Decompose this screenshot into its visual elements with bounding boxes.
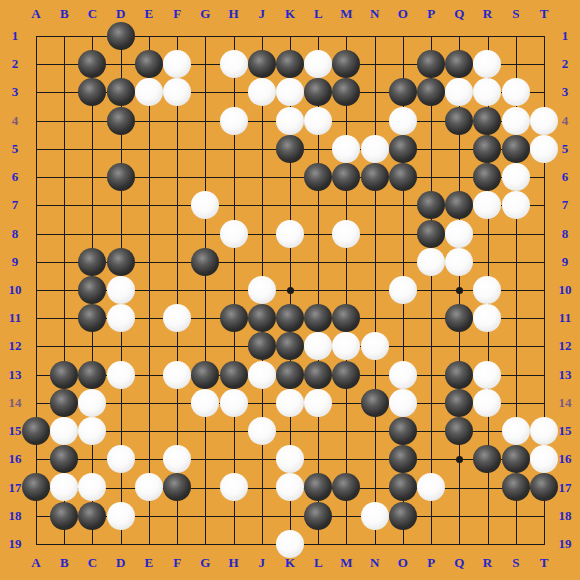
intersection-D7[interactable]	[107, 191, 135, 219]
intersection-P4[interactable]	[417, 107, 445, 135]
intersection-B19[interactable]	[50, 530, 78, 558]
intersection-F10[interactable]	[163, 276, 191, 304]
intersection-L15[interactable]	[304, 417, 332, 445]
intersection-D14[interactable]	[107, 389, 135, 417]
intersection-C4[interactable]	[78, 107, 106, 135]
black-stone-S16[interactable]	[502, 445, 530, 473]
intersection-R13[interactable]	[473, 361, 501, 389]
intersection-C10[interactable]	[78, 276, 106, 304]
black-stone-D4[interactable]	[107, 107, 135, 135]
intersection-L7[interactable]	[304, 191, 332, 219]
intersection-J4[interactable]	[248, 107, 276, 135]
intersection-K4[interactable]	[276, 107, 304, 135]
black-stone-B14[interactable]	[50, 389, 78, 417]
intersection-J2[interactable]	[248, 50, 276, 78]
intersection-K16[interactable]	[276, 445, 304, 473]
white-stone-R3[interactable]	[473, 78, 501, 106]
intersection-G18[interactable]	[191, 502, 219, 530]
white-stone-R13[interactable]	[473, 361, 501, 389]
black-stone-Q4[interactable]	[445, 107, 473, 135]
intersection-B3[interactable]	[50, 78, 78, 106]
intersection-Q18[interactable]	[445, 502, 473, 530]
intersection-Q17[interactable]	[445, 473, 473, 501]
intersection-O5[interactable]	[389, 135, 417, 163]
intersection-D9[interactable]	[107, 248, 135, 276]
intersection-G14[interactable]	[191, 389, 219, 417]
intersection-H4[interactable]	[219, 107, 247, 135]
intersection-M2[interactable]	[332, 50, 360, 78]
intersection-Q4[interactable]	[445, 107, 473, 135]
white-stone-N18[interactable]	[361, 502, 389, 530]
black-stone-H11[interactable]	[220, 304, 248, 332]
intersection-L10[interactable]	[304, 276, 332, 304]
intersection-B10[interactable]	[50, 276, 78, 304]
black-stone-Q7[interactable]	[445, 191, 473, 219]
intersection-M9[interactable]	[332, 248, 360, 276]
intersection-B15[interactable]	[50, 417, 78, 445]
white-stone-K17[interactable]	[276, 473, 304, 501]
black-stone-R5[interactable]	[473, 135, 501, 163]
intersection-K5[interactable]	[276, 135, 304, 163]
intersection-D17[interactable]	[107, 473, 135, 501]
intersection-J5[interactable]	[248, 135, 276, 163]
white-stone-N12[interactable]	[361, 332, 389, 360]
intersection-L1[interactable]	[304, 22, 332, 50]
black-stone-B18[interactable]	[50, 502, 78, 530]
intersection-G7[interactable]	[191, 191, 219, 219]
intersection-N14[interactable]	[361, 389, 389, 417]
white-stone-Q9[interactable]	[445, 248, 473, 276]
black-stone-C9[interactable]	[78, 248, 106, 276]
intersection-H18[interactable]	[219, 502, 247, 530]
intersection-D6[interactable]	[107, 163, 135, 191]
intersection-C13[interactable]	[78, 361, 106, 389]
black-stone-P3[interactable]	[417, 78, 445, 106]
intersection-P10[interactable]	[417, 276, 445, 304]
intersection-J17[interactable]	[248, 473, 276, 501]
intersection-S18[interactable]	[502, 502, 530, 530]
black-stone-D6[interactable]	[107, 163, 135, 191]
intersection-D10[interactable]	[107, 276, 135, 304]
intersection-J16[interactable]	[248, 445, 276, 473]
go-board[interactable]: AABBCCDDEEFFGGHHJJKKLLMMNNOOPPQQRRSSTT11…	[0, 0, 580, 580]
intersection-F15[interactable]	[163, 417, 191, 445]
white-stone-O4[interactable]	[389, 107, 417, 135]
intersection-D8[interactable]	[107, 219, 135, 247]
intersection-N13[interactable]	[361, 361, 389, 389]
intersection-J18[interactable]	[248, 502, 276, 530]
white-stone-S7[interactable]	[502, 191, 530, 219]
white-stone-B17[interactable]	[50, 473, 78, 501]
intersection-H1[interactable]	[219, 22, 247, 50]
intersection-N12[interactable]	[361, 332, 389, 360]
intersection-Q7[interactable]	[445, 191, 473, 219]
intersection-P7[interactable]	[417, 191, 445, 219]
intersection-F12[interactable]	[163, 332, 191, 360]
intersection-M4[interactable]	[332, 107, 360, 135]
black-stone-Q14[interactable]	[445, 389, 473, 417]
intersection-R14[interactable]	[473, 389, 501, 417]
intersection-H15[interactable]	[219, 417, 247, 445]
intersection-D4[interactable]	[107, 107, 135, 135]
black-stone-N14[interactable]	[361, 389, 389, 417]
intersection-O6[interactable]	[389, 163, 417, 191]
intersection-S14[interactable]	[502, 389, 530, 417]
intersection-G4[interactable]	[191, 107, 219, 135]
intersection-E15[interactable]	[135, 417, 163, 445]
intersection-L9[interactable]	[304, 248, 332, 276]
intersection-F7[interactable]	[163, 191, 191, 219]
intersection-B16[interactable]	[50, 445, 78, 473]
intersection-F3[interactable]	[163, 78, 191, 106]
black-stone-M11[interactable]	[332, 304, 360, 332]
black-stone-G9[interactable]	[191, 248, 219, 276]
intersection-Q1[interactable]	[445, 22, 473, 50]
intersection-C11[interactable]	[78, 304, 106, 332]
intersection-N5[interactable]	[361, 135, 389, 163]
intersection-G11[interactable]	[191, 304, 219, 332]
intersection-K13[interactable]	[276, 361, 304, 389]
intersection-L3[interactable]	[304, 78, 332, 106]
intersection-O4[interactable]	[389, 107, 417, 135]
intersection-F19[interactable]	[163, 530, 191, 558]
intersection-P6[interactable]	[417, 163, 445, 191]
black-stone-C2[interactable]	[78, 50, 106, 78]
black-stone-B13[interactable]	[50, 361, 78, 389]
intersection-H9[interactable]	[219, 248, 247, 276]
intersection-O13[interactable]	[389, 361, 417, 389]
intersection-H2[interactable]	[219, 50, 247, 78]
white-stone-J10[interactable]	[248, 276, 276, 304]
intersection-N4[interactable]	[361, 107, 389, 135]
black-stone-L17[interactable]	[304, 473, 332, 501]
intersection-Q8[interactable]	[445, 219, 473, 247]
intersection-H12[interactable]	[219, 332, 247, 360]
intersection-M3[interactable]	[332, 78, 360, 106]
intersection-K2[interactable]	[276, 50, 304, 78]
white-stone-R2[interactable]	[473, 50, 501, 78]
intersection-N19[interactable]	[361, 530, 389, 558]
intersection-S13[interactable]	[502, 361, 530, 389]
white-stone-J3[interactable]	[248, 78, 276, 106]
intersection-C1[interactable]	[78, 22, 106, 50]
intersection-N15[interactable]	[361, 417, 389, 445]
white-stone-R10[interactable]	[473, 276, 501, 304]
intersection-G17[interactable]	[191, 473, 219, 501]
intersection-E11[interactable]	[135, 304, 163, 332]
black-stone-D1[interactable]	[107, 22, 135, 50]
intersection-Q19[interactable]	[445, 530, 473, 558]
intersection-M11[interactable]	[332, 304, 360, 332]
intersection-Q6[interactable]	[445, 163, 473, 191]
intersection-N11[interactable]	[361, 304, 389, 332]
black-stone-S5[interactable]	[502, 135, 530, 163]
intersection-S8[interactable]	[502, 219, 530, 247]
white-stone-P9[interactable]	[417, 248, 445, 276]
intersection-N2[interactable]	[361, 50, 389, 78]
intersection-M1[interactable]	[332, 22, 360, 50]
intersection-H13[interactable]	[219, 361, 247, 389]
intersection-J9[interactable]	[248, 248, 276, 276]
black-stone-O3[interactable]	[389, 78, 417, 106]
white-stone-D10[interactable]	[107, 276, 135, 304]
black-stone-L13[interactable]	[304, 361, 332, 389]
intersection-J8[interactable]	[248, 219, 276, 247]
white-stone-E17[interactable]	[135, 473, 163, 501]
intersection-N9[interactable]	[361, 248, 389, 276]
intersection-H10[interactable]	[219, 276, 247, 304]
intersection-M15[interactable]	[332, 417, 360, 445]
intersection-L8[interactable]	[304, 219, 332, 247]
intersection-B7[interactable]	[50, 191, 78, 219]
white-stone-H17[interactable]	[220, 473, 248, 501]
black-stone-L6[interactable]	[304, 163, 332, 191]
black-stone-K13[interactable]	[276, 361, 304, 389]
intersection-B8[interactable]	[50, 219, 78, 247]
intersection-M19[interactable]	[332, 530, 360, 558]
black-stone-Q13[interactable]	[445, 361, 473, 389]
intersection-D5[interactable]	[107, 135, 135, 163]
black-stone-O18[interactable]	[389, 502, 417, 530]
intersection-C19[interactable]	[78, 530, 106, 558]
white-stone-J13[interactable]	[248, 361, 276, 389]
intersection-H14[interactable]	[219, 389, 247, 417]
white-stone-S6[interactable]	[502, 163, 530, 191]
intersection-K19[interactable]	[276, 530, 304, 558]
intersection-B13[interactable]	[50, 361, 78, 389]
intersection-B18[interactable]	[50, 502, 78, 530]
intersection-Q13[interactable]	[445, 361, 473, 389]
intersection-S6[interactable]	[502, 163, 530, 191]
stone-grid[interactable]	[22, 22, 558, 558]
intersection-F18[interactable]	[163, 502, 191, 530]
intersection-Q14[interactable]	[445, 389, 473, 417]
intersection-H19[interactable]	[219, 530, 247, 558]
intersection-M8[interactable]	[332, 219, 360, 247]
intersection-O3[interactable]	[389, 78, 417, 106]
intersection-M5[interactable]	[332, 135, 360, 163]
intersection-O15[interactable]	[389, 417, 417, 445]
intersection-Q10[interactable]	[445, 276, 473, 304]
black-stone-Q2[interactable]	[445, 50, 473, 78]
white-stone-H14[interactable]	[220, 389, 248, 417]
intersection-C6[interactable]	[78, 163, 106, 191]
intersection-O11[interactable]	[389, 304, 417, 332]
black-stone-C13[interactable]	[78, 361, 106, 389]
intersection-K11[interactable]	[276, 304, 304, 332]
intersection-O1[interactable]	[389, 22, 417, 50]
intersection-P2[interactable]	[417, 50, 445, 78]
intersection-G19[interactable]	[191, 530, 219, 558]
intersection-D11[interactable]	[107, 304, 135, 332]
intersection-C7[interactable]	[78, 191, 106, 219]
white-stone-H2[interactable]	[220, 50, 248, 78]
white-stone-S3[interactable]	[502, 78, 530, 106]
intersection-P13[interactable]	[417, 361, 445, 389]
black-stone-M17[interactable]	[332, 473, 360, 501]
intersection-C15[interactable]	[78, 417, 106, 445]
intersection-M16[interactable]	[332, 445, 360, 473]
intersection-D2[interactable]	[107, 50, 135, 78]
intersection-D12[interactable]	[107, 332, 135, 360]
intersection-C17[interactable]	[78, 473, 106, 501]
intersection-O12[interactable]	[389, 332, 417, 360]
intersection-F1[interactable]	[163, 22, 191, 50]
intersection-E7[interactable]	[135, 191, 163, 219]
intersection-S1[interactable]	[502, 22, 530, 50]
intersection-O7[interactable]	[389, 191, 417, 219]
black-stone-J12[interactable]	[248, 332, 276, 360]
white-stone-O10[interactable]	[389, 276, 417, 304]
intersection-D13[interactable]	[107, 361, 135, 389]
intersection-D3[interactable]	[107, 78, 135, 106]
white-stone-F3[interactable]	[163, 78, 191, 106]
intersection-L6[interactable]	[304, 163, 332, 191]
black-stone-P7[interactable]	[417, 191, 445, 219]
intersection-N17[interactable]	[361, 473, 389, 501]
white-stone-M12[interactable]	[332, 332, 360, 360]
intersection-G12[interactable]	[191, 332, 219, 360]
black-stone-E2[interactable]	[135, 50, 163, 78]
black-stone-J2[interactable]	[248, 50, 276, 78]
intersection-J14[interactable]	[248, 389, 276, 417]
intersection-E4[interactable]	[135, 107, 163, 135]
intersection-B1[interactable]	[50, 22, 78, 50]
white-stone-H8[interactable]	[220, 220, 248, 248]
white-stone-L12[interactable]	[304, 332, 332, 360]
intersection-C3[interactable]	[78, 78, 106, 106]
intersection-H6[interactable]	[219, 163, 247, 191]
intersection-Q15[interactable]	[445, 417, 473, 445]
black-stone-D9[interactable]	[107, 248, 135, 276]
intersection-E16[interactable]	[135, 445, 163, 473]
white-stone-L14[interactable]	[304, 389, 332, 417]
intersection-B4[interactable]	[50, 107, 78, 135]
intersection-F14[interactable]	[163, 389, 191, 417]
intersection-E19[interactable]	[135, 530, 163, 558]
intersection-H5[interactable]	[219, 135, 247, 163]
white-stone-D18[interactable]	[107, 502, 135, 530]
intersection-S17[interactable]	[502, 473, 530, 501]
intersection-K3[interactable]	[276, 78, 304, 106]
intersection-R17[interactable]	[473, 473, 501, 501]
intersection-Q11[interactable]	[445, 304, 473, 332]
intersection-J3[interactable]	[248, 78, 276, 106]
black-stone-K11[interactable]	[276, 304, 304, 332]
intersection-R15[interactable]	[473, 417, 501, 445]
black-stone-C11[interactable]	[78, 304, 106, 332]
intersection-N16[interactable]	[361, 445, 389, 473]
intersection-N7[interactable]	[361, 191, 389, 219]
intersection-Q12[interactable]	[445, 332, 473, 360]
intersection-E17[interactable]	[135, 473, 163, 501]
white-stone-K14[interactable]	[276, 389, 304, 417]
black-stone-N6[interactable]	[361, 163, 389, 191]
intersection-R16[interactable]	[473, 445, 501, 473]
black-stone-R16[interactable]	[473, 445, 501, 473]
intersection-L19[interactable]	[304, 530, 332, 558]
intersection-E1[interactable]	[135, 22, 163, 50]
black-stone-O5[interactable]	[389, 135, 417, 163]
intersection-N1[interactable]	[361, 22, 389, 50]
white-stone-E3[interactable]	[135, 78, 163, 106]
intersection-E14[interactable]	[135, 389, 163, 417]
black-stone-C3[interactable]	[78, 78, 106, 106]
intersection-J19[interactable]	[248, 530, 276, 558]
intersection-N6[interactable]	[361, 163, 389, 191]
white-stone-O14[interactable]	[389, 389, 417, 417]
white-stone-J15[interactable]	[248, 417, 276, 445]
intersection-R4[interactable]	[473, 107, 501, 135]
intersection-F5[interactable]	[163, 135, 191, 163]
intersection-J7[interactable]	[248, 191, 276, 219]
intersection-S16[interactable]	[502, 445, 530, 473]
intersection-Q16[interactable]	[445, 445, 473, 473]
white-stone-N5[interactable]	[361, 135, 389, 163]
intersection-K9[interactable]	[276, 248, 304, 276]
intersection-C9[interactable]	[78, 248, 106, 276]
intersection-K14[interactable]	[276, 389, 304, 417]
black-stone-Q15[interactable]	[445, 417, 473, 445]
black-stone-O15[interactable]	[389, 417, 417, 445]
intersection-G1[interactable]	[191, 22, 219, 50]
intersection-F2[interactable]	[163, 50, 191, 78]
intersection-E10[interactable]	[135, 276, 163, 304]
white-stone-K19[interactable]	[276, 530, 304, 558]
black-stone-K12[interactable]	[276, 332, 304, 360]
intersection-L11[interactable]	[304, 304, 332, 332]
intersection-E6[interactable]	[135, 163, 163, 191]
intersection-N8[interactable]	[361, 219, 389, 247]
intersection-S7[interactable]	[502, 191, 530, 219]
intersection-S10[interactable]	[502, 276, 530, 304]
intersection-C8[interactable]	[78, 219, 106, 247]
intersection-R18[interactable]	[473, 502, 501, 530]
intersection-F8[interactable]	[163, 219, 191, 247]
intersection-O9[interactable]	[389, 248, 417, 276]
white-stone-K3[interactable]	[276, 78, 304, 106]
intersection-H17[interactable]	[219, 473, 247, 501]
black-stone-R4[interactable]	[473, 107, 501, 135]
intersection-B14[interactable]	[50, 389, 78, 417]
white-stone-F2[interactable]	[163, 50, 191, 78]
intersection-S9[interactable]	[502, 248, 530, 276]
black-stone-O16[interactable]	[389, 445, 417, 473]
intersection-B6[interactable]	[50, 163, 78, 191]
intersection-L14[interactable]	[304, 389, 332, 417]
white-stone-C14[interactable]	[78, 389, 106, 417]
white-stone-D11[interactable]	[107, 304, 135, 332]
intersection-N10[interactable]	[361, 276, 389, 304]
intersection-R9[interactable]	[473, 248, 501, 276]
intersection-E18[interactable]	[135, 502, 163, 530]
white-stone-H4[interactable]	[220, 107, 248, 135]
intersection-L13[interactable]	[304, 361, 332, 389]
intersection-L18[interactable]	[304, 502, 332, 530]
intersection-P19[interactable]	[417, 530, 445, 558]
white-stone-C17[interactable]	[78, 473, 106, 501]
intersection-G5[interactable]	[191, 135, 219, 163]
white-stone-Q3[interactable]	[445, 78, 473, 106]
white-stone-K16[interactable]	[276, 445, 304, 473]
intersection-L16[interactable]	[304, 445, 332, 473]
intersection-G9[interactable]	[191, 248, 219, 276]
intersection-K7[interactable]	[276, 191, 304, 219]
intersection-S19[interactable]	[502, 530, 530, 558]
intersection-R6[interactable]	[473, 163, 501, 191]
intersection-S4[interactable]	[502, 107, 530, 135]
white-stone-G14[interactable]	[191, 389, 219, 417]
